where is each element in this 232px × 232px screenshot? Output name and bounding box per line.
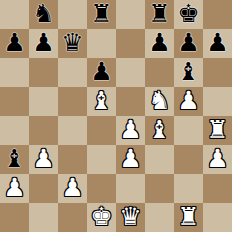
square-d7[interactable] <box>87 29 116 58</box>
square-h1[interactable] <box>203 203 232 232</box>
square-b1[interactable] <box>29 203 58 232</box>
square-f1[interactable] <box>145 203 174 232</box>
chess-board: ♞♜♜♚♟♟♛♟♟♟♟♝♝♞♟♟♝♜♝♟♟♟♟♟♚♛♜ <box>0 0 232 232</box>
black-bishop-piece: ♝ <box>3 144 25 173</box>
white-bishop-piece: ♝ <box>90 86 112 115</box>
black-rook-piece: ♜ <box>148 0 170 28</box>
black-pawn-piece: ♟ <box>90 57 112 86</box>
black-pawn-piece: ♟ <box>206 28 228 57</box>
square-b6[interactable] <box>29 58 58 87</box>
black-queen-piece: ♛ <box>61 28 83 57</box>
square-a8[interactable] <box>0 0 29 29</box>
square-f5[interactable]: ♞ <box>145 87 174 116</box>
white-rook-piece: ♜ <box>206 115 228 144</box>
square-e2[interactable] <box>116 174 145 203</box>
square-h7[interactable]: ♟ <box>203 29 232 58</box>
square-f3[interactable] <box>145 145 174 174</box>
square-c7[interactable]: ♛ <box>58 29 87 58</box>
square-e5[interactable] <box>116 87 145 116</box>
square-b4[interactable] <box>29 116 58 145</box>
white-pawn-piece: ♟ <box>206 144 228 173</box>
black-pawn-piece: ♟ <box>32 28 54 57</box>
square-h5[interactable] <box>203 87 232 116</box>
square-f2[interactable] <box>145 174 174 203</box>
black-pawn-piece: ♟ <box>3 28 25 57</box>
square-c2[interactable]: ♟ <box>58 174 87 203</box>
square-c6[interactable] <box>58 58 87 87</box>
square-a5[interactable] <box>0 87 29 116</box>
square-g2[interactable] <box>174 174 203 203</box>
square-e4[interactable]: ♟ <box>116 116 145 145</box>
square-a7[interactable]: ♟ <box>0 29 29 58</box>
black-bishop-piece: ♝ <box>177 57 199 86</box>
square-g3[interactable] <box>174 145 203 174</box>
square-a1[interactable] <box>0 203 29 232</box>
square-c1[interactable] <box>58 203 87 232</box>
square-b2[interactable] <box>29 174 58 203</box>
square-g5[interactable]: ♟ <box>174 87 203 116</box>
square-d5[interactable]: ♝ <box>87 87 116 116</box>
square-g6[interactable]: ♝ <box>174 58 203 87</box>
square-h4[interactable]: ♜ <box>203 116 232 145</box>
square-a3[interactable]: ♝ <box>0 145 29 174</box>
square-d2[interactable] <box>87 174 116 203</box>
square-f8[interactable]: ♜ <box>145 0 174 29</box>
square-e7[interactable] <box>116 29 145 58</box>
square-c5[interactable] <box>58 87 87 116</box>
white-bishop-piece: ♝ <box>148 115 170 144</box>
white-pawn-piece: ♟ <box>61 173 83 202</box>
black-pawn-piece: ♟ <box>177 28 199 57</box>
square-b5[interactable] <box>29 87 58 116</box>
square-a2[interactable]: ♟ <box>0 174 29 203</box>
black-king-piece: ♚ <box>177 0 199 28</box>
white-king-piece: ♚ <box>90 202 112 231</box>
square-b8[interactable]: ♞ <box>29 0 58 29</box>
square-g4[interactable] <box>174 116 203 145</box>
square-c3[interactable] <box>58 145 87 174</box>
white-rook-piece: ♜ <box>177 202 199 231</box>
square-e8[interactable] <box>116 0 145 29</box>
square-f4[interactable]: ♝ <box>145 116 174 145</box>
white-pawn-piece: ♟ <box>32 144 54 173</box>
square-f6[interactable] <box>145 58 174 87</box>
square-e6[interactable] <box>116 58 145 87</box>
white-knight-piece: ♞ <box>148 86 170 115</box>
square-h3[interactable]: ♟ <box>203 145 232 174</box>
square-c8[interactable] <box>58 0 87 29</box>
square-h2[interactable] <box>203 174 232 203</box>
square-e1[interactable]: ♛ <box>116 203 145 232</box>
square-h8[interactable] <box>203 0 232 29</box>
square-b3[interactable]: ♟ <box>29 145 58 174</box>
square-h6[interactable] <box>203 58 232 87</box>
square-d8[interactable]: ♜ <box>87 0 116 29</box>
white-pawn-piece: ♟ <box>119 144 141 173</box>
white-pawn-piece: ♟ <box>3 173 25 202</box>
square-d4[interactable] <box>87 116 116 145</box>
square-a4[interactable] <box>0 116 29 145</box>
square-f7[interactable]: ♟ <box>145 29 174 58</box>
square-a6[interactable] <box>0 58 29 87</box>
black-rook-piece: ♜ <box>90 0 112 28</box>
white-queen-piece: ♛ <box>119 202 141 231</box>
square-d1[interactable]: ♚ <box>87 203 116 232</box>
black-pawn-piece: ♟ <box>148 28 170 57</box>
black-knight-piece: ♞ <box>32 0 54 28</box>
square-e3[interactable]: ♟ <box>116 145 145 174</box>
square-g8[interactable]: ♚ <box>174 0 203 29</box>
square-d6[interactable]: ♟ <box>87 58 116 87</box>
square-c4[interactable] <box>58 116 87 145</box>
square-d3[interactable] <box>87 145 116 174</box>
white-pawn-piece: ♟ <box>177 86 199 115</box>
white-pawn-piece: ♟ <box>119 115 141 144</box>
square-b7[interactable]: ♟ <box>29 29 58 58</box>
square-g1[interactable]: ♜ <box>174 203 203 232</box>
square-g7[interactable]: ♟ <box>174 29 203 58</box>
